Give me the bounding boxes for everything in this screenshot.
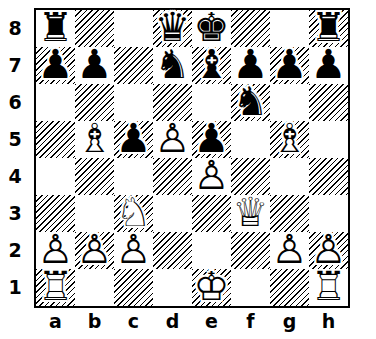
chess-board: ♜♛♚♜♟♟♞♝♟♟♟♞♝♗♟♟♙♟♝♗♟♙♞♘♛♕♟♙♟♙♟♙♟♙♟♙♜♖♚♔…: [34, 8, 350, 308]
square-f5[interactable]: [231, 121, 270, 158]
square-f7[interactable]: ♟: [231, 47, 270, 84]
square-a8[interactable]: ♜: [36, 10, 75, 47]
square-d4[interactable]: [153, 158, 192, 195]
square-h6[interactable]: [309, 84, 348, 121]
file-label-f: f: [231, 308, 270, 334]
piece-white-pawn: ♙: [77, 229, 113, 269]
square-a3[interactable]: [36, 195, 75, 232]
piece-black-rook: ♜: [38, 7, 74, 47]
square-e2[interactable]: [192, 232, 231, 269]
piece-white-king-fill: ♚: [194, 266, 230, 306]
piece-white-rook-fill: ♜: [38, 266, 74, 306]
piece-white-bishop-fill: ♝: [77, 118, 113, 158]
square-d5[interactable]: ♟♙: [153, 121, 192, 158]
file-label-e: e: [192, 308, 231, 334]
square-g1[interactable]: [270, 269, 309, 306]
square-c6[interactable]: [114, 84, 153, 121]
square-f1[interactable]: [231, 269, 270, 306]
file-label-d: d: [153, 308, 192, 334]
square-g3[interactable]: [270, 195, 309, 232]
rank-label-6: 6: [0, 84, 30, 121]
piece-white-rook: ♖: [38, 266, 74, 306]
square-e7[interactable]: ♝: [192, 47, 231, 84]
square-f8[interactable]: [231, 10, 270, 47]
rank-label-8: 8: [0, 10, 30, 47]
piece-white-queen: ♕: [233, 192, 269, 232]
square-a7[interactable]: ♟: [36, 47, 75, 84]
piece-white-pawn-fill: ♟: [194, 155, 230, 195]
square-g8[interactable]: [270, 10, 309, 47]
square-b6[interactable]: [75, 84, 114, 121]
square-c3[interactable]: ♞♘: [114, 195, 153, 232]
square-c8[interactable]: [114, 10, 153, 47]
file-label-h: h: [309, 308, 348, 334]
file-label-b: b: [75, 308, 114, 334]
piece-black-pawn: ♟: [77, 44, 113, 84]
square-e4[interactable]: ♟♙: [192, 158, 231, 195]
rank-label-5: 5: [0, 121, 30, 158]
square-h1[interactable]: ♜♖: [309, 269, 348, 306]
piece-white-pawn: ♙: [272, 229, 308, 269]
piece-white-bishop: ♗: [272, 118, 308, 158]
piece-white-rook-fill: ♜: [311, 266, 347, 306]
file-label-c: c: [114, 308, 153, 334]
square-b5[interactable]: ♝♗: [75, 121, 114, 158]
rank-label-2: 2: [0, 232, 30, 269]
square-d8[interactable]: ♛: [153, 10, 192, 47]
piece-white-pawn-fill: ♟: [77, 229, 113, 269]
piece-white-pawn-fill: ♟: [38, 229, 74, 269]
piece-black-pawn: ♟: [194, 118, 230, 158]
piece-white-knight-fill: ♞: [116, 192, 152, 232]
square-g4[interactable]: [270, 158, 309, 195]
piece-black-bishop: ♝: [194, 44, 230, 84]
piece-white-bishop-fill: ♝: [272, 118, 308, 158]
piece-white-pawn-fill: ♟: [311, 229, 347, 269]
piece-white-pawn: ♙: [311, 229, 347, 269]
file-label-g: g: [270, 308, 309, 334]
piece-white-knight: ♘: [116, 192, 152, 232]
square-f6[interactable]: ♞: [231, 84, 270, 121]
square-b8[interactable]: [75, 10, 114, 47]
square-b1[interactable]: [75, 269, 114, 306]
square-c4[interactable]: [114, 158, 153, 195]
piece-black-pawn: ♟: [272, 44, 308, 84]
square-h4[interactable]: [309, 158, 348, 195]
square-e1[interactable]: ♚♔: [192, 269, 231, 306]
square-a2[interactable]: ♟♙: [36, 232, 75, 269]
square-b2[interactable]: ♟♙: [75, 232, 114, 269]
square-c1[interactable]: [114, 269, 153, 306]
square-d1[interactable]: [153, 269, 192, 306]
square-e8[interactable]: ♚: [192, 10, 231, 47]
square-a5[interactable]: [36, 121, 75, 158]
rank-label-7: 7: [0, 47, 30, 84]
square-a4[interactable]: [36, 158, 75, 195]
piece-white-pawn-fill: ♟: [116, 229, 152, 269]
square-h8[interactable]: ♜: [309, 10, 348, 47]
square-h2[interactable]: ♟♙: [309, 232, 348, 269]
piece-black-knight: ♞: [155, 44, 191, 84]
square-d2[interactable]: [153, 232, 192, 269]
square-f2[interactable]: [231, 232, 270, 269]
square-g6[interactable]: [270, 84, 309, 121]
square-g5[interactable]: ♝♗: [270, 121, 309, 158]
piece-white-pawn: ♙: [38, 229, 74, 269]
piece-white-bishop: ♗: [77, 118, 113, 158]
piece-white-king: ♔: [194, 266, 230, 306]
square-d3[interactable]: [153, 195, 192, 232]
square-e6[interactable]: [192, 84, 231, 121]
rank-label-1: 1: [0, 269, 30, 306]
piece-black-rook: ♜: [311, 7, 347, 47]
piece-black-pawn: ♟: [38, 44, 74, 84]
piece-white-pawn: ♙: [116, 229, 152, 269]
square-a6[interactable]: [36, 84, 75, 121]
square-g2[interactable]: ♟♙: [270, 232, 309, 269]
square-e3[interactable]: [192, 195, 231, 232]
square-b4[interactable]: [75, 158, 114, 195]
square-h5[interactable]: [309, 121, 348, 158]
square-f4[interactable]: [231, 158, 270, 195]
piece-black-knight: ♞: [233, 81, 269, 121]
rank-label-3: 3: [0, 195, 30, 232]
square-d7[interactable]: ♞: [153, 47, 192, 84]
piece-white-rook: ♖: [311, 266, 347, 306]
square-b7[interactable]: ♟: [75, 47, 114, 84]
piece-black-queen: ♛: [155, 7, 191, 47]
square-c2[interactable]: ♟♙: [114, 232, 153, 269]
square-h7[interactable]: ♟: [309, 47, 348, 84]
square-b3[interactable]: [75, 195, 114, 232]
piece-white-pawn-fill: ♟: [155, 118, 191, 158]
square-f3[interactable]: ♛♕: [231, 195, 270, 232]
piece-white-pawn: ♙: [194, 155, 230, 195]
rank-label-4: 4: [0, 158, 30, 195]
piece-black-pawn: ♟: [233, 44, 269, 84]
square-d6[interactable]: [153, 84, 192, 121]
piece-black-pawn: ♟: [116, 118, 152, 158]
square-c5[interactable]: ♟: [114, 121, 153, 158]
square-c7[interactable]: [114, 47, 153, 84]
square-g7[interactable]: ♟: [270, 47, 309, 84]
file-label-a: a: [36, 308, 75, 334]
chess-diagram-page: { "game": "chess", "diagram_style": { "t…: [0, 0, 376, 339]
square-a1[interactable]: ♜♖: [36, 269, 75, 306]
square-e5[interactable]: ♟: [192, 121, 231, 158]
square-h3[interactable]: [309, 195, 348, 232]
piece-black-king: ♚: [194, 7, 230, 47]
piece-white-queen-fill: ♛: [233, 192, 269, 232]
piece-white-pawn-fill: ♟: [272, 229, 308, 269]
piece-black-pawn: ♟: [311, 44, 347, 84]
piece-white-pawn: ♙: [155, 118, 191, 158]
